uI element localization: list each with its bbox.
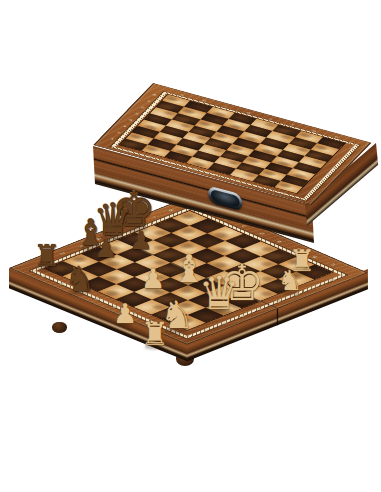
board-foot-left bbox=[52, 322, 67, 333]
clasp-slot-icon bbox=[211, 189, 240, 208]
chess-box-product-photo: aa88bb77cc66dd55ee44ff33gg22hh11 aa88bb7… bbox=[0, 0, 381, 492]
clasp bbox=[208, 185, 243, 211]
